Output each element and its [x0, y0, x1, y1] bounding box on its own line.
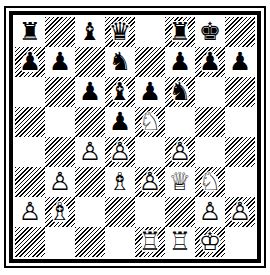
- square-b8[interactable]: [45, 17, 75, 47]
- square-a1[interactable]: [15, 227, 45, 257]
- piece-black-rook: ♜: [166, 18, 194, 46]
- piece-white-rook: ♖: [166, 228, 194, 256]
- square-g1[interactable]: ♔: [195, 227, 225, 257]
- piece-white-knight: ♘: [136, 108, 164, 136]
- square-d7[interactable]: ♞: [105, 47, 135, 77]
- square-b5[interactable]: [45, 107, 75, 137]
- piece-black-pawn: ♟: [166, 48, 194, 76]
- square-e6[interactable]: ♟: [135, 77, 165, 107]
- square-h8[interactable]: [225, 17, 255, 47]
- piece-white-queen: ♕: [166, 168, 194, 196]
- square-f8[interactable]: ♜: [165, 17, 195, 47]
- square-e8[interactable]: [135, 17, 165, 47]
- square-c3[interactable]: [75, 167, 105, 197]
- piece-white-pawn: ♙: [76, 138, 104, 166]
- piece-white-rook: ♖: [136, 228, 164, 256]
- piece-black-pawn: ♟: [226, 48, 254, 76]
- square-f7[interactable]: ♟: [165, 47, 195, 77]
- diagram-outer-frame: ♜♝♛♜♚♟♟♞♟♟♟♟♝♟♞♟♘♙♙♙♙♗♙♕♘♙♗♙♙♖♖♔: [4, 6, 266, 268]
- square-f3[interactable]: ♕: [165, 167, 195, 197]
- piece-white-king: ♔: [196, 228, 224, 256]
- square-g2[interactable]: ♙: [195, 197, 225, 227]
- piece-white-pawn: ♙: [226, 198, 254, 226]
- piece-black-rook: ♜: [16, 18, 44, 46]
- square-a3[interactable]: [15, 167, 45, 197]
- square-d1[interactable]: [105, 227, 135, 257]
- square-g8[interactable]: ♚: [195, 17, 225, 47]
- piece-white-pawn: ♙: [16, 198, 44, 226]
- square-g5[interactable]: [195, 107, 225, 137]
- piece-white-knight: ♘: [196, 168, 224, 196]
- square-d5[interactable]: ♟: [105, 107, 135, 137]
- square-b4[interactable]: [45, 137, 75, 167]
- square-e7[interactable]: [135, 47, 165, 77]
- piece-black-pawn: ♟: [16, 48, 44, 76]
- piece-white-pawn: ♙: [196, 198, 224, 226]
- square-c7[interactable]: [75, 47, 105, 77]
- piece-black-bishop: ♝: [76, 18, 104, 46]
- square-g3[interactable]: ♘: [195, 167, 225, 197]
- square-d6[interactable]: ♝: [105, 77, 135, 107]
- piece-black-pawn: ♟: [136, 78, 164, 106]
- square-e2[interactable]: [135, 197, 165, 227]
- square-g4[interactable]: [195, 137, 225, 167]
- square-h3[interactable]: [225, 167, 255, 197]
- square-d3[interactable]: ♗: [105, 167, 135, 197]
- piece-black-knight: ♞: [166, 78, 194, 106]
- square-e4[interactable]: [135, 137, 165, 167]
- square-g7[interactable]: ♟: [195, 47, 225, 77]
- square-h5[interactable]: [225, 107, 255, 137]
- piece-white-pawn: ♙: [106, 138, 134, 166]
- piece-black-pawn: ♟: [106, 108, 134, 136]
- square-c2[interactable]: [75, 197, 105, 227]
- square-h7[interactable]: ♟: [225, 47, 255, 77]
- square-g6[interactable]: [195, 77, 225, 107]
- square-f5[interactable]: [165, 107, 195, 137]
- square-h2[interactable]: ♙: [225, 197, 255, 227]
- square-a8[interactable]: ♜: [15, 17, 45, 47]
- square-d8[interactable]: ♛: [105, 17, 135, 47]
- square-a4[interactable]: [15, 137, 45, 167]
- square-c6[interactable]: ♟: [75, 77, 105, 107]
- square-b6[interactable]: [45, 77, 75, 107]
- square-a7[interactable]: ♟: [15, 47, 45, 77]
- square-d4[interactable]: ♙: [105, 137, 135, 167]
- piece-black-pawn: ♟: [76, 78, 104, 106]
- square-f2[interactable]: [165, 197, 195, 227]
- square-c5[interactable]: [75, 107, 105, 137]
- square-a6[interactable]: [15, 77, 45, 107]
- chess-board: ♜♝♛♜♚♟♟♞♟♟♟♟♝♟♞♟♘♙♙♙♙♗♙♕♘♙♗♙♙♖♖♔: [15, 17, 255, 257]
- square-h4[interactable]: [225, 137, 255, 167]
- piece-black-bishop: ♝: [106, 78, 134, 106]
- square-h1[interactable]: [225, 227, 255, 257]
- square-f4[interactable]: ♙: [165, 137, 195, 167]
- piece-white-pawn: ♙: [46, 168, 74, 196]
- board-border: ♜♝♛♜♚♟♟♞♟♟♟♟♝♟♞♟♘♙♙♙♙♗♙♕♘♙♗♙♙♖♖♔: [9, 11, 261, 263]
- piece-black-queen: ♛: [106, 18, 134, 46]
- square-c8[interactable]: ♝: [75, 17, 105, 47]
- square-b3[interactable]: ♙: [45, 167, 75, 197]
- square-f1[interactable]: ♖: [165, 227, 195, 257]
- piece-black-pawn: ♟: [196, 48, 224, 76]
- square-b1[interactable]: [45, 227, 75, 257]
- square-d2[interactable]: [105, 197, 135, 227]
- square-h6[interactable]: [225, 77, 255, 107]
- square-e3[interactable]: ♙: [135, 167, 165, 197]
- piece-black-knight: ♞: [106, 48, 134, 76]
- square-c1[interactable]: [75, 227, 105, 257]
- piece-black-pawn: ♟: [46, 48, 74, 76]
- piece-white-pawn: ♙: [166, 138, 194, 166]
- square-e1[interactable]: ♖: [135, 227, 165, 257]
- square-b2[interactable]: ♗: [45, 197, 75, 227]
- piece-black-king: ♚: [196, 18, 224, 46]
- square-a2[interactable]: ♙: [15, 197, 45, 227]
- square-f6[interactable]: ♞: [165, 77, 195, 107]
- piece-white-bishop: ♗: [106, 168, 134, 196]
- square-b7[interactable]: ♟: [45, 47, 75, 77]
- piece-white-pawn: ♙: [136, 168, 164, 196]
- piece-white-bishop: ♗: [46, 198, 74, 226]
- square-a5[interactable]: [15, 107, 45, 137]
- square-e5[interactable]: ♘: [135, 107, 165, 137]
- square-c4[interactable]: ♙: [75, 137, 105, 167]
